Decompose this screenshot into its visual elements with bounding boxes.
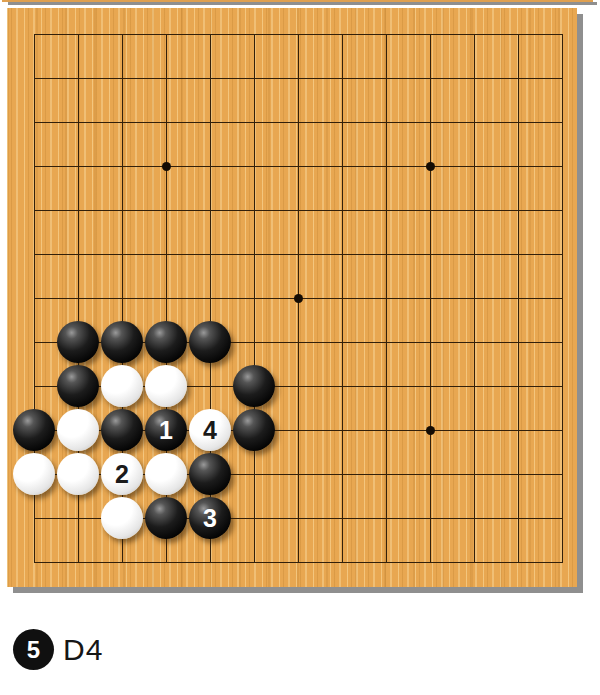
board-cell[interactable] — [364, 496, 408, 540]
white-stone[interactable] — [13, 453, 55, 495]
board-cell[interactable] — [100, 12, 144, 56]
board-cell[interactable] — [188, 276, 232, 320]
board-cell[interactable] — [144, 100, 188, 144]
board-cell[interactable] — [144, 144, 188, 188]
board-cell[interactable] — [452, 56, 496, 100]
board-cell[interactable] — [540, 276, 584, 320]
board-cell[interactable] — [320, 188, 364, 232]
board-cell[interactable] — [56, 12, 100, 56]
board-cell[interactable] — [100, 320, 144, 364]
board-cell[interactable] — [56, 232, 100, 276]
board-cell[interactable] — [56, 320, 100, 364]
board-cell[interactable] — [408, 496, 452, 540]
board-cell[interactable] — [276, 276, 320, 320]
black-stone[interactable] — [145, 321, 187, 363]
black-stone[interactable] — [145, 497, 187, 539]
board-cell[interactable] — [540, 540, 584, 584]
board-cell[interactable] — [100, 100, 144, 144]
board-cell[interactable] — [232, 276, 276, 320]
board-cell[interactable] — [144, 188, 188, 232]
board-cell[interactable] — [276, 408, 320, 452]
board-cell[interactable]: 4 — [188, 408, 232, 452]
board-cell[interactable] — [320, 276, 364, 320]
board-cell[interactable] — [364, 144, 408, 188]
black-stone[interactable] — [13, 409, 55, 451]
board-cell[interactable] — [452, 12, 496, 56]
board-cell[interactable] — [496, 12, 540, 56]
board-cell[interactable] — [408, 12, 452, 56]
board-cell[interactable] — [364, 276, 408, 320]
board-cell[interactable] — [540, 320, 584, 364]
board-cell[interactable] — [496, 408, 540, 452]
board-cell[interactable] — [12, 364, 56, 408]
board-cell[interactable] — [364, 408, 408, 452]
board-cell[interactable] — [188, 12, 232, 56]
board-cell[interactable] — [540, 12, 584, 56]
board-cell[interactable] — [188, 144, 232, 188]
black-stone[interactable] — [233, 409, 275, 451]
board-cell[interactable]: 3 — [188, 496, 232, 540]
board-cell[interactable] — [276, 496, 320, 540]
board-cell[interactable] — [408, 276, 452, 320]
board-cell[interactable] — [12, 276, 56, 320]
board-cell[interactable]: 1 — [144, 408, 188, 452]
board-cell[interactable] — [144, 232, 188, 276]
board-cell[interactable] — [540, 452, 584, 496]
board-cell[interactable] — [452, 100, 496, 144]
board-cell[interactable] — [540, 232, 584, 276]
black-stone[interactable]: 3 — [189, 497, 231, 539]
board-cell[interactable] — [540, 188, 584, 232]
board-cell[interactable] — [188, 232, 232, 276]
black-stone[interactable] — [57, 321, 99, 363]
caption-move-number: 5 — [27, 636, 40, 664]
board-cell[interactable] — [452, 232, 496, 276]
board-cell[interactable] — [232, 12, 276, 56]
black-stone[interactable] — [57, 365, 99, 407]
board-cell[interactable] — [408, 100, 452, 144]
board-cell[interactable] — [12, 408, 56, 452]
board-cell[interactable]: 2 — [100, 452, 144, 496]
board-cell[interactable] — [12, 452, 56, 496]
board-cell[interactable] — [56, 540, 100, 584]
board-cell[interactable] — [452, 540, 496, 584]
board-cell[interactable] — [364, 452, 408, 496]
board-cell[interactable] — [188, 452, 232, 496]
board-cell[interactable] — [56, 364, 100, 408]
board-cell[interactable] — [12, 144, 56, 188]
board-cell[interactable] — [56, 408, 100, 452]
board-cell[interactable] — [232, 320, 276, 364]
board-cell[interactable] — [12, 496, 56, 540]
board-cell[interactable] — [364, 56, 408, 100]
board-cell[interactable] — [144, 320, 188, 364]
board-cell[interactable] — [496, 540, 540, 584]
board-cell[interactable] — [276, 188, 320, 232]
board-cell[interactable] — [188, 364, 232, 408]
black-stone[interactable] — [189, 321, 231, 363]
black-stone[interactable] — [189, 453, 231, 495]
board-cell[interactable] — [56, 56, 100, 100]
board-cell[interactable] — [496, 496, 540, 540]
board-cell[interactable] — [188, 100, 232, 144]
board-cell[interactable] — [100, 232, 144, 276]
board-cell[interactable] — [100, 496, 144, 540]
board-cell[interactable] — [320, 12, 364, 56]
board-cell[interactable] — [320, 452, 364, 496]
board-cell[interactable] — [144, 276, 188, 320]
board-cell[interactable] — [408, 408, 452, 452]
board-cell[interactable] — [100, 364, 144, 408]
board-cell[interactable] — [408, 540, 452, 584]
board-cell[interactable] — [276, 232, 320, 276]
board-cell[interactable] — [452, 320, 496, 364]
board-cell[interactable] — [320, 408, 364, 452]
board-cell[interactable] — [56, 144, 100, 188]
board-cell[interactable] — [188, 320, 232, 364]
board-cell[interactable] — [408, 320, 452, 364]
board-cell[interactable] — [56, 188, 100, 232]
board-cell[interactable] — [232, 540, 276, 584]
move-number-label: 4 — [203, 418, 217, 443]
board-cell[interactable] — [276, 144, 320, 188]
board-cell[interactable] — [144, 452, 188, 496]
board-cell[interactable] — [452, 188, 496, 232]
white-stone[interactable] — [57, 453, 99, 495]
board-cell[interactable] — [232, 232, 276, 276]
board-cell[interactable] — [452, 144, 496, 188]
board-cell[interactable] — [56, 100, 100, 144]
caption-move-stone-badge: 5 — [13, 629, 54, 670]
move-number-label: 1 — [159, 418, 173, 443]
go-board: 1423 — [7, 8, 577, 587]
board-cell[interactable] — [540, 408, 584, 452]
board-cell[interactable] — [12, 320, 56, 364]
board-cell[interactable] — [144, 496, 188, 540]
board-cell[interactable] — [100, 56, 144, 100]
board-cell[interactable] — [320, 320, 364, 364]
board-cell[interactable] — [364, 232, 408, 276]
move-number-label: 3 — [203, 506, 217, 531]
white-stone[interactable] — [145, 365, 187, 407]
board-cell[interactable] — [496, 56, 540, 100]
board-cell[interactable] — [496, 144, 540, 188]
board-cell[interactable] — [188, 188, 232, 232]
board-cell[interactable] — [144, 364, 188, 408]
board-cell[interactable] — [408, 364, 452, 408]
board-cell[interactable] — [320, 100, 364, 144]
board-cell[interactable] — [232, 496, 276, 540]
white-stone[interactable] — [145, 453, 187, 495]
previous-diagram-shadow — [8, 2, 597, 5]
board-cell[interactable] — [100, 188, 144, 232]
board-cell[interactable] — [452, 452, 496, 496]
board-cell[interactable] — [408, 232, 452, 276]
caption-coordinate: D4 — [63, 629, 103, 670]
board-cell[interactable] — [56, 452, 100, 496]
board-cell[interactable] — [408, 56, 452, 100]
board-cell[interactable] — [12, 232, 56, 276]
caption: 5 D4 — [0, 629, 600, 670]
board-cell[interactable] — [232, 144, 276, 188]
board-cell[interactable] — [540, 100, 584, 144]
board-cell[interactable] — [144, 12, 188, 56]
board-cell[interactable] — [188, 540, 232, 584]
board-cell[interactable] — [496, 232, 540, 276]
board-cell[interactable] — [232, 452, 276, 496]
board-cell[interactable] — [540, 496, 584, 540]
board-cell[interactable] — [452, 364, 496, 408]
board-cell[interactable] — [408, 144, 452, 188]
white-stone[interactable] — [101, 365, 143, 407]
board-cell[interactable] — [100, 144, 144, 188]
board-cell[interactable] — [320, 540, 364, 584]
board-cell[interactable] — [496, 452, 540, 496]
board-cell[interactable] — [276, 452, 320, 496]
board-cell[interactable] — [496, 320, 540, 364]
board-cell[interactable] — [100, 540, 144, 584]
black-stone[interactable] — [101, 321, 143, 363]
board-cell[interactable] — [452, 276, 496, 320]
board-cell[interactable] — [232, 188, 276, 232]
board-cell[interactable] — [320, 364, 364, 408]
board-grid: 1423 — [12, 12, 584, 584]
board-cell[interactable] — [496, 100, 540, 144]
board-cell[interactable] — [408, 188, 452, 232]
board-cell[interactable] — [452, 408, 496, 452]
board-cell[interactable] — [364, 188, 408, 232]
board-cell[interactable] — [12, 100, 56, 144]
board-cell[interactable] — [12, 188, 56, 232]
white-stone[interactable] — [101, 497, 143, 539]
board-cell[interactable] — [540, 144, 584, 188]
board-cell[interactable] — [496, 276, 540, 320]
board-cell[interactable] — [320, 496, 364, 540]
white-stone[interactable]: 2 — [101, 453, 143, 495]
black-stone[interactable] — [101, 409, 143, 451]
board-cell[interactable] — [364, 364, 408, 408]
board-cell[interactable] — [56, 276, 100, 320]
board-cell[interactable] — [232, 56, 276, 100]
board-cell[interactable] — [144, 56, 188, 100]
board-cell[interactable] — [496, 364, 540, 408]
board-cell[interactable] — [364, 540, 408, 584]
board-cell[interactable] — [12, 540, 56, 584]
board-cell[interactable] — [540, 56, 584, 100]
board-cell[interactable] — [56, 496, 100, 540]
board-cell[interactable] — [12, 56, 56, 100]
board-cell[interactable] — [100, 276, 144, 320]
black-stone[interactable]: 1 — [145, 409, 187, 451]
move-number-label: 2 — [115, 462, 129, 487]
board-cell[interactable] — [232, 408, 276, 452]
board-cell[interactable] — [364, 320, 408, 364]
board-cell[interactable] — [540, 364, 584, 408]
board-cell[interactable] — [496, 188, 540, 232]
board-cell[interactable] — [144, 540, 188, 584]
board-cell[interactable] — [364, 100, 408, 144]
board-cell[interactable] — [232, 364, 276, 408]
board-cell[interactable] — [276, 100, 320, 144]
board-cell[interactable] — [320, 232, 364, 276]
board-cell[interactable] — [276, 56, 320, 100]
board-cell[interactable] — [276, 540, 320, 584]
white-stone[interactable]: 4 — [189, 409, 231, 451]
board-cell[interactable] — [188, 56, 232, 100]
white-stone[interactable] — [57, 409, 99, 451]
board-cell[interactable] — [320, 56, 364, 100]
black-stone[interactable] — [233, 365, 275, 407]
board-cell[interactable] — [276, 320, 320, 364]
board-cell[interactable] — [276, 12, 320, 56]
board-cell[interactable] — [364, 12, 408, 56]
board-cell[interactable] — [276, 364, 320, 408]
board-cell[interactable] — [232, 100, 276, 144]
board-cell[interactable] — [452, 496, 496, 540]
board-cell[interactable] — [12, 12, 56, 56]
board-cell[interactable] — [408, 452, 452, 496]
board-cell[interactable] — [100, 408, 144, 452]
board-cell[interactable] — [320, 144, 364, 188]
